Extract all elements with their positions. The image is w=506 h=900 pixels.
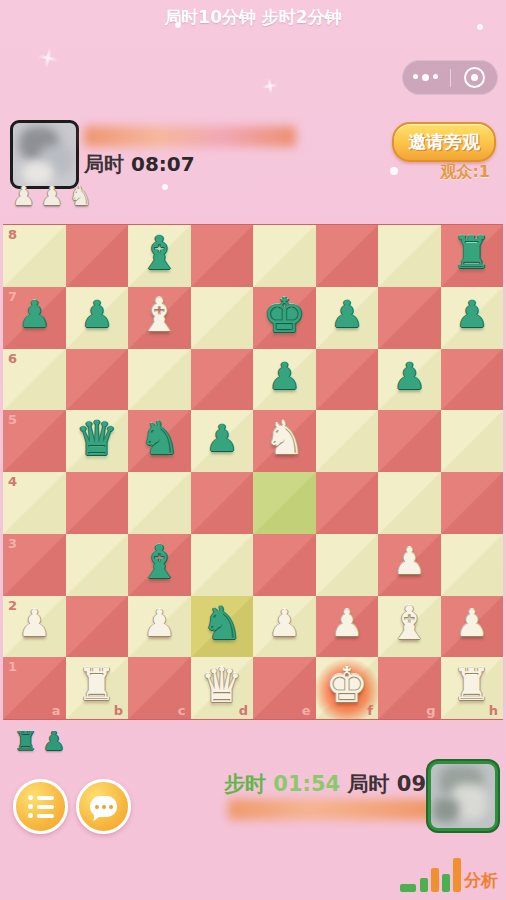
chess-board[interactable]: 8♝♜7♟♟♝♚♟♟6♟♟5♛♞♟♞43♝♟2♟♟♞♟♟♝♟1ab♜cd♛ef♚… — [3, 225, 503, 719]
square-a5[interactable]: 5 — [3, 410, 66, 472]
square-c8[interactable]: ♝ — [128, 225, 191, 287]
square-b4[interactable] — [66, 472, 129, 534]
square-f5[interactable] — [316, 410, 379, 472]
square-e3[interactable] — [253, 534, 316, 596]
square-e8[interactable] — [253, 225, 316, 287]
square-d6[interactable] — [191, 349, 254, 411]
player-name-blurred — [228, 799, 433, 820]
black-knight-c5[interactable]: ♞ — [139, 415, 180, 461]
square-d4[interactable] — [191, 472, 254, 534]
opponent-game-clock-label: 局时 — [84, 152, 124, 176]
white-king-f1[interactable]: ♚ — [325, 661, 368, 709]
square-h7[interactable]: ♟ — [441, 287, 504, 349]
black-pawn-b7[interactable]: ♟ — [80, 296, 113, 333]
square-b6[interactable] — [66, 349, 129, 411]
square-e5[interactable]: ♞ — [253, 410, 316, 472]
black-pawn-h7[interactable]: ♟ — [455, 296, 488, 333]
black-pawn-d5[interactable]: ♟ — [205, 420, 238, 457]
square-d8[interactable] — [191, 225, 254, 287]
captured-black-rook: ♜ — [14, 728, 37, 754]
square-e2[interactable]: ♟ — [253, 596, 316, 658]
square-a4[interactable]: 4 — [3, 472, 66, 534]
square-c5[interactable]: ♞ — [128, 410, 191, 472]
square-g8[interactable] — [378, 225, 441, 287]
square-g3[interactable]: ♟ — [378, 534, 441, 596]
square-g2[interactable]: ♝ — [378, 596, 441, 658]
rank-label-1: 1 — [8, 659, 17, 674]
square-g1[interactable]: g — [378, 657, 441, 719]
square-c1[interactable]: c — [128, 657, 191, 719]
list-icon — [28, 795, 54, 818]
square-d1[interactable]: d♛ — [191, 657, 254, 719]
square-a1[interactable]: 1a — [3, 657, 66, 719]
analysis-button[interactable]: 分析 — [400, 856, 498, 892]
square-a6[interactable]: 6 — [3, 349, 66, 411]
square-f1[interactable]: f♚ — [316, 657, 379, 719]
chat-button[interactable] — [76, 779, 131, 834]
square-f4[interactable] — [316, 472, 379, 534]
exit-button[interactable] — [451, 60, 499, 95]
white-pawn-a2[interactable]: ♟ — [18, 605, 51, 642]
square-b2[interactable] — [66, 596, 129, 658]
square-d5[interactable]: ♟ — [191, 410, 254, 472]
captured-white-knight: ♞ — [69, 183, 92, 209]
opponent-game-clock: 局时 08:07 — [84, 151, 195, 178]
menu-button[interactable] — [13, 779, 68, 834]
rank-label-3: 3 — [8, 536, 17, 551]
square-c6[interactable] — [128, 349, 191, 411]
circle-target-icon — [464, 67, 485, 88]
square-h6[interactable] — [441, 349, 504, 411]
rank-label-2: 2 — [8, 598, 17, 613]
file-label-e: e — [302, 703, 311, 718]
app-screen: 局时10分钟 步时2分钟 局时 08:07 邀请旁观 观众:1 ♟♟♞ 8♝♜7… — [0, 0, 506, 900]
square-g5[interactable] — [378, 410, 441, 472]
square-e4[interactable] — [253, 472, 316, 534]
player-captured-tray: ♜♟ — [14, 728, 66, 754]
sparkle-decoration — [36, 46, 60, 70]
player-avatar[interactable] — [428, 761, 498, 831]
bar-chart-icon — [400, 856, 461, 892]
square-h2[interactable]: ♟ — [441, 596, 504, 658]
black-knight-d2[interactable]: ♞ — [201, 600, 242, 646]
square-h5[interactable] — [441, 410, 504, 472]
square-g7[interactable] — [378, 287, 441, 349]
wechat-capsule — [402, 60, 498, 95]
square-a7[interactable]: 7♟ — [3, 287, 66, 349]
black-rook-h8[interactable]: ♜ — [452, 231, 491, 275]
black-bishop-c8[interactable]: ♝ — [139, 230, 180, 276]
black-pawn-f7[interactable]: ♟ — [330, 296, 363, 333]
rank-label-4: 4 — [8, 474, 17, 489]
square-a2[interactable]: 2♟ — [3, 596, 66, 658]
square-d3[interactable] — [191, 534, 254, 596]
spectator-count: 观众:1 — [440, 162, 490, 183]
square-e6[interactable]: ♟ — [253, 349, 316, 411]
square-b8[interactable] — [66, 225, 129, 287]
black-bishop-c3[interactable]: ♝ — [139, 539, 180, 585]
square-b1[interactable]: b♜ — [66, 657, 129, 719]
file-label-a: a — [52, 703, 61, 718]
player-move-clock-label: 步时 — [224, 772, 266, 796]
black-king-e7[interactable]: ♚ — [263, 291, 306, 339]
rank-label-5: 5 — [8, 412, 17, 427]
square-c7[interactable]: ♝ — [128, 287, 191, 349]
white-rook-b1[interactable]: ♜ — [77, 663, 116, 707]
square-e1[interactable]: e — [253, 657, 316, 719]
opponent-game-clock-time: 08:07 — [131, 152, 195, 176]
sparkle-decoration — [261, 77, 279, 95]
square-b5[interactable]: ♛ — [66, 410, 129, 472]
chat-bubble-icon — [90, 796, 117, 817]
black-pawn-a7[interactable]: ♟ — [18, 296, 51, 333]
opponent-avatar[interactable] — [10, 120, 79, 189]
square-h4[interactable] — [441, 472, 504, 534]
square-h8[interactable]: ♜ — [441, 225, 504, 287]
square-g6[interactable]: ♟ — [378, 349, 441, 411]
square-a3[interactable]: 3 — [3, 534, 66, 596]
rank-label-6: 6 — [8, 351, 17, 366]
square-f7[interactable]: ♟ — [316, 287, 379, 349]
square-c4[interactable] — [128, 472, 191, 534]
file-label-c: c — [178, 703, 186, 718]
sparkle-decoration — [162, 184, 168, 190]
square-c2[interactable]: ♟ — [128, 596, 191, 658]
square-g4[interactable] — [378, 472, 441, 534]
captured-white-pawn: ♟ — [40, 183, 63, 209]
square-b7[interactable]: ♟ — [66, 287, 129, 349]
square-b3[interactable] — [66, 534, 129, 596]
sparkle-decoration — [390, 167, 398, 175]
white-pawn-g3[interactable]: ♟ — [393, 543, 426, 580]
black-queen-b5[interactable]: ♛ — [75, 414, 118, 462]
square-f6[interactable] — [316, 349, 379, 411]
white-knight-e5[interactable]: ♞ — [264, 415, 305, 461]
more-dots-icon — [413, 74, 438, 81]
square-f3[interactable] — [316, 534, 379, 596]
white-pawn-f2[interactable]: ♟ — [330, 605, 363, 642]
square-f2[interactable]: ♟ — [316, 596, 379, 658]
opponent-captured-tray: ♟♟♞ — [12, 183, 92, 209]
square-c3[interactable]: ♝ — [128, 534, 191, 596]
square-a8[interactable]: 8 — [3, 225, 66, 287]
white-bishop-g2[interactable]: ♝ — [389, 600, 430, 646]
more-button[interactable] — [402, 60, 450, 95]
rank-label-8: 8 — [8, 227, 17, 242]
rank-label-7: 7 — [8, 289, 17, 304]
black-pawn-g6[interactable]: ♟ — [393, 358, 426, 395]
square-h3[interactable] — [441, 534, 504, 596]
square-d7[interactable] — [191, 287, 254, 349]
white-pawn-e2[interactable]: ♟ — [268, 605, 301, 642]
square-e7[interactable]: ♚ — [253, 287, 316, 349]
player-move-clock-time: 01:54 — [273, 772, 340, 796]
analysis-button-label: 分析 — [464, 869, 498, 892]
player-game-clock-label: 局时 — [347, 772, 389, 796]
captured-white-pawn: ♟ — [12, 183, 35, 209]
square-f8[interactable] — [316, 225, 379, 287]
white-queen-d1[interactable]: ♛ — [200, 661, 243, 709]
black-pawn-e6[interactable]: ♟ — [268, 358, 301, 395]
white-rook-h1[interactable]: ♜ — [452, 663, 491, 707]
white-pawn-c2[interactable]: ♟ — [143, 605, 176, 642]
white-bishop-c7[interactable]: ♝ — [139, 292, 180, 338]
square-h1[interactable]: h♜ — [441, 657, 504, 719]
captured-black-pawn: ♟ — [42, 728, 65, 754]
invite-spectators-button[interactable]: 邀请旁观 — [392, 122, 496, 162]
opponent-name-blurred — [84, 126, 296, 147]
time-control-status: 局时10分钟 步时2分钟 — [0, 6, 506, 29]
square-d2[interactable]: ♞ — [191, 596, 254, 658]
white-pawn-h2[interactable]: ♟ — [455, 605, 488, 642]
file-label-g: g — [426, 703, 435, 718]
